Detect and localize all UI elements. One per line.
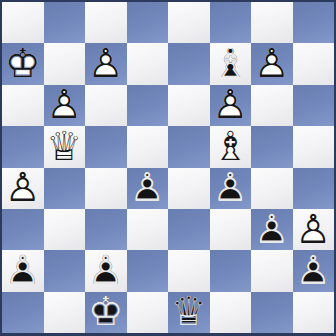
square-b6[interactable]: ♟♙ [44, 85, 86, 126]
square-c5[interactable] [85, 126, 127, 167]
square-g2[interactable] [251, 250, 293, 291]
square-h8[interactable] [293, 2, 335, 43]
white-pawn-outline-icon: ♙ [85, 43, 127, 83]
black-pawn-icon: ♟ [127, 168, 169, 208]
white-queen-b5[interactable]: ♛♕ [44, 126, 86, 167]
square-g6[interactable] [251, 85, 293, 126]
square-e2[interactable] [168, 250, 210, 291]
square-g7[interactable]: ♟♙ [251, 43, 293, 84]
white-pawn-h3[interactable]: ♟♙ [293, 209, 335, 250]
black-queen-icon: ♛ [168, 292, 210, 332]
black-bishop-outline-icon: ♗ [210, 43, 252, 83]
black-king-c1[interactable]: ♚♔ [85, 292, 127, 333]
white-pawn-a4[interactable]: ♟♙ [2, 168, 44, 209]
white-pawn-icon: ♟ [251, 43, 293, 83]
square-d4[interactable]: ♟♙ [127, 168, 169, 209]
square-c4[interactable] [85, 168, 127, 209]
black-bishop-icon: ♝ [210, 43, 252, 83]
black-pawn-f4[interactable]: ♟♙ [210, 168, 252, 209]
square-h5[interactable] [293, 126, 335, 167]
black-pawn-icon: ♟ [293, 250, 335, 290]
square-d8[interactable] [127, 2, 169, 43]
black-pawn-c2[interactable]: ♟♙ [85, 250, 127, 291]
white-bishop-f5[interactable]: ♝♗ [210, 126, 252, 167]
white-bishop-icon: ♝ [210, 126, 252, 166]
square-d7[interactable] [127, 43, 169, 84]
white-pawn-outline-icon: ♙ [293, 209, 335, 249]
square-c8[interactable] [85, 2, 127, 43]
black-pawn-icon: ♟ [85, 250, 127, 290]
square-c3[interactable] [85, 209, 127, 250]
square-d6[interactable] [127, 85, 169, 126]
square-b2[interactable] [44, 250, 86, 291]
black-queen-e1[interactable]: ♛♕ [168, 292, 210, 333]
black-pawn-outline-icon: ♙ [210, 168, 252, 208]
black-pawn-d4[interactable]: ♟♙ [127, 168, 169, 209]
black-king-icon: ♚ [85, 292, 127, 332]
square-a4[interactable]: ♟♙ [2, 168, 44, 209]
square-d3[interactable] [127, 209, 169, 250]
square-h7[interactable] [293, 43, 335, 84]
square-b5[interactable]: ♛♕ [44, 126, 86, 167]
square-a3[interactable] [2, 209, 44, 250]
white-pawn-icon: ♟ [210, 85, 252, 125]
square-a5[interactable] [2, 126, 44, 167]
black-pawn-icon: ♟ [210, 168, 252, 208]
white-pawn-icon: ♟ [293, 209, 335, 249]
square-h4[interactable] [293, 168, 335, 209]
white-pawn-f6[interactable]: ♟♙ [210, 85, 252, 126]
white-king-a7[interactable]: ♚♔ [2, 43, 44, 84]
square-h6[interactable] [293, 85, 335, 126]
square-f1[interactable] [210, 292, 252, 333]
black-pawn-outline-icon: ♙ [85, 250, 127, 290]
white-queen-outline-icon: ♕ [44, 126, 86, 166]
square-f6[interactable]: ♟♙ [210, 85, 252, 126]
square-h3[interactable]: ♟♙ [293, 209, 335, 250]
white-bishop-outline-icon: ♗ [210, 126, 252, 166]
white-pawn-outline-icon: ♙ [44, 85, 86, 125]
square-d5[interactable] [127, 126, 169, 167]
square-b4[interactable] [44, 168, 86, 209]
white-queen-icon: ♛ [44, 126, 86, 166]
white-pawn-g7[interactable]: ♟♙ [251, 43, 293, 84]
square-b3[interactable] [44, 209, 86, 250]
square-a8[interactable] [2, 2, 44, 43]
black-pawn-h2[interactable]: ♟♙ [293, 250, 335, 291]
square-e3[interactable] [168, 209, 210, 250]
square-c1[interactable]: ♚♔ [85, 292, 127, 333]
square-e6[interactable] [168, 85, 210, 126]
black-pawn-icon: ♟ [2, 250, 44, 290]
white-pawn-outline-icon: ♙ [210, 85, 252, 125]
square-e4[interactable] [168, 168, 210, 209]
square-g5[interactable] [251, 126, 293, 167]
square-e7[interactable] [168, 43, 210, 84]
square-h2[interactable]: ♟♙ [293, 250, 335, 291]
white-king-icon: ♚ [2, 43, 44, 83]
square-c6[interactable] [85, 85, 127, 126]
white-pawn-outline-icon: ♙ [2, 168, 44, 208]
square-f8[interactable] [210, 2, 252, 43]
black-pawn-outline-icon: ♙ [2, 250, 44, 290]
square-a6[interactable] [2, 85, 44, 126]
black-king-outline-icon: ♔ [85, 292, 127, 332]
square-c2[interactable]: ♟♙ [85, 250, 127, 291]
square-g1[interactable] [251, 292, 293, 333]
square-g4[interactable] [251, 168, 293, 209]
square-f5[interactable]: ♝♗ [210, 126, 252, 167]
black-pawn-outline-icon: ♙ [251, 209, 293, 249]
black-pawn-outline-icon: ♙ [127, 168, 169, 208]
square-g3[interactable]: ♟♙ [251, 209, 293, 250]
square-e8[interactable] [168, 2, 210, 43]
square-d2[interactable] [127, 250, 169, 291]
black-pawn-g3[interactable]: ♟♙ [251, 209, 293, 250]
white-king-outline-icon: ♔ [2, 43, 44, 83]
square-e5[interactable] [168, 126, 210, 167]
square-b8[interactable] [44, 2, 86, 43]
white-pawn-icon: ♟ [85, 43, 127, 83]
square-f3[interactable] [210, 209, 252, 250]
square-f7[interactable]: ♝♗ [210, 43, 252, 84]
black-pawn-a2[interactable]: ♟♙ [2, 250, 44, 291]
square-g8[interactable] [251, 2, 293, 43]
square-a1[interactable] [2, 292, 44, 333]
black-pawn-icon: ♟ [251, 209, 293, 249]
square-h1[interactable] [293, 292, 335, 333]
white-pawn-b6[interactable]: ♟♙ [44, 85, 86, 126]
white-pawn-icon: ♟ [2, 168, 44, 208]
square-f4[interactable]: ♟♙ [210, 168, 252, 209]
black-bishop-f7[interactable]: ♝♗ [210, 43, 252, 84]
white-pawn-outline-icon: ♙ [251, 43, 293, 83]
square-a7[interactable]: ♚♔ [2, 43, 44, 84]
white-pawn-icon: ♟ [44, 85, 86, 125]
square-b1[interactable] [44, 292, 86, 333]
square-a2[interactable]: ♟♙ [2, 250, 44, 291]
black-pawn-outline-icon: ♙ [293, 250, 335, 290]
white-pawn-c7[interactable]: ♟♙ [85, 43, 127, 84]
square-d1[interactable] [127, 292, 169, 333]
square-c7[interactable]: ♟♙ [85, 43, 127, 84]
square-f2[interactable] [210, 250, 252, 291]
square-b7[interactable] [44, 43, 86, 84]
chess-board: ♚♔♟♙♝♗♟♙♟♙♟♙♛♕♝♗♟♙♟♙♟♙♟♙♟♙♟♙♟♙♟♙♚♔♛♕ [0, 0, 336, 336]
black-queen-outline-icon: ♕ [168, 292, 210, 332]
square-e1[interactable]: ♛♕ [168, 292, 210, 333]
